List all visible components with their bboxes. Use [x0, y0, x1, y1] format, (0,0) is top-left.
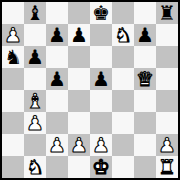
square-a1[interactable] — [2, 156, 24, 178]
square-d1[interactable] — [68, 156, 90, 178]
square-a3[interactable] — [2, 112, 24, 134]
square-a5[interactable] — [2, 68, 24, 90]
square-e8[interactable]: ♚ — [90, 2, 112, 24]
square-h5[interactable] — [156, 68, 178, 90]
square-c4[interactable] — [46, 90, 68, 112]
square-e4[interactable] — [90, 90, 112, 112]
white-king-e1: ♚ — [92, 156, 110, 178]
square-f8[interactable] — [112, 2, 134, 24]
white-pawn-d2: ♟ — [70, 134, 88, 156]
white-pawn-a7: ♟ — [4, 24, 22, 46]
square-g8[interactable] — [134, 2, 156, 24]
square-c5[interactable]: ♟ — [46, 68, 68, 90]
square-b3[interactable]: ♟ — [24, 112, 46, 134]
square-f6[interactable] — [112, 46, 134, 68]
black-king-e8: ♚ — [92, 2, 110, 24]
square-f5[interactable] — [112, 68, 134, 90]
black-pawn-d7: ♟ — [70, 24, 88, 46]
square-d4[interactable] — [68, 90, 90, 112]
square-b5[interactable] — [24, 68, 46, 90]
white-knight-b1: ♞ — [26, 156, 44, 178]
square-g7[interactable]: ♟ — [134, 24, 156, 46]
square-e2[interactable]: ♟ — [90, 134, 112, 156]
square-b2[interactable] — [24, 134, 46, 156]
square-e1[interactable]: ♚ — [90, 156, 112, 178]
black-pawn-g7: ♟ — [136, 24, 154, 46]
square-d5[interactable] — [68, 68, 90, 90]
square-g6[interactable] — [134, 46, 156, 68]
black-pawn-c7: ♟ — [48, 24, 66, 46]
white-bishop-b4: ♝ — [26, 90, 44, 112]
square-a8[interactable] — [2, 2, 24, 24]
square-e3[interactable] — [90, 112, 112, 134]
square-c7[interactable]: ♟ — [46, 24, 68, 46]
square-g1[interactable] — [134, 156, 156, 178]
square-d7[interactable]: ♟ — [68, 24, 90, 46]
white-pawn-h2: ♟ — [158, 134, 176, 156]
square-h1[interactable]: ♜ — [156, 156, 178, 178]
square-h4[interactable] — [156, 90, 178, 112]
square-f7[interactable]: ♞ — [112, 24, 134, 46]
square-e6[interactable] — [90, 46, 112, 68]
white-queen-g5: ♛ — [136, 68, 154, 90]
square-a7[interactable]: ♟ — [2, 24, 24, 46]
black-pawn-e5: ♟ — [92, 68, 110, 90]
black-knight-a6: ♞ — [4, 46, 22, 68]
black-pawn-b6: ♟ — [26, 46, 44, 68]
square-b8[interactable]: ♝ — [24, 2, 46, 24]
square-d3[interactable] — [68, 112, 90, 134]
square-h3[interactable] — [156, 112, 178, 134]
square-b1[interactable]: ♞ — [24, 156, 46, 178]
black-pawn-c5: ♟ — [48, 68, 66, 90]
square-c1[interactable] — [46, 156, 68, 178]
square-h7[interactable] — [156, 24, 178, 46]
square-h2[interactable]: ♟ — [156, 134, 178, 156]
square-h8[interactable]: ♜ — [156, 2, 178, 24]
square-f3[interactable] — [112, 112, 134, 134]
white-knight-f7: ♞ — [114, 24, 132, 46]
white-pawn-c2: ♟ — [48, 134, 66, 156]
square-f4[interactable] — [112, 90, 134, 112]
square-b4[interactable]: ♝ — [24, 90, 46, 112]
square-h6[interactable] — [156, 46, 178, 68]
square-b7[interactable] — [24, 24, 46, 46]
square-f2[interactable] — [112, 134, 134, 156]
white-rook-h1: ♜ — [158, 156, 176, 178]
square-g2[interactable] — [134, 134, 156, 156]
white-pawn-b3: ♟ — [26, 112, 44, 134]
square-c6[interactable] — [46, 46, 68, 68]
square-c8[interactable] — [46, 2, 68, 24]
square-d2[interactable]: ♟ — [68, 134, 90, 156]
square-e7[interactable] — [90, 24, 112, 46]
square-b6[interactable]: ♟ — [24, 46, 46, 68]
square-c3[interactable] — [46, 112, 68, 134]
square-d8[interactable] — [68, 2, 90, 24]
black-rook-h8: ♜ — [158, 2, 176, 24]
square-g5[interactable]: ♛ — [134, 68, 156, 90]
square-g4[interactable] — [134, 90, 156, 112]
square-a2[interactable] — [2, 134, 24, 156]
square-a6[interactable]: ♞ — [2, 46, 24, 68]
square-d6[interactable] — [68, 46, 90, 68]
square-f1[interactable] — [112, 156, 134, 178]
black-bishop-b8: ♝ — [26, 2, 44, 24]
square-a4[interactable] — [2, 90, 24, 112]
square-c2[interactable]: ♟ — [46, 134, 68, 156]
square-g3[interactable] — [134, 112, 156, 134]
square-e5[interactable]: ♟ — [90, 68, 112, 90]
chess-board: ♝♚♜♟♟♟♞♟♞♟♟♟♛♝♟♟♟♟♟♞♚♜ — [0, 0, 180, 180]
white-pawn-e2: ♟ — [92, 134, 110, 156]
